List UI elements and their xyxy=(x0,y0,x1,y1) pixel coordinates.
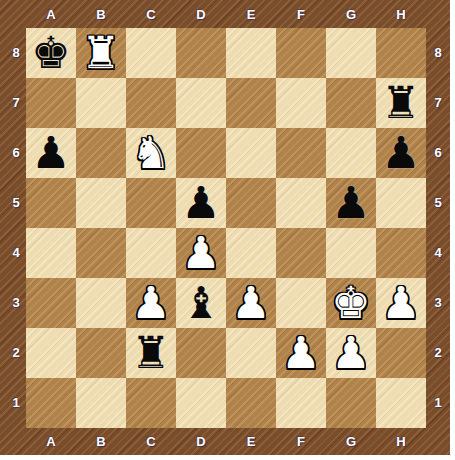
square-d5[interactable]: ♟ xyxy=(176,178,226,228)
square-h6[interactable]: ♟ xyxy=(376,128,426,178)
square-e5[interactable] xyxy=(226,178,276,228)
square-b5[interactable] xyxy=(76,178,126,228)
piece-black-pawn[interactable]: ♟ xyxy=(26,128,76,178)
square-b1[interactable] xyxy=(76,378,126,428)
square-a7[interactable] xyxy=(26,78,76,128)
file-label-top-e: E xyxy=(226,0,276,28)
file-labels-top: ABCDEFGH xyxy=(26,0,426,28)
piece-black-king[interactable]: ♚ xyxy=(26,28,76,78)
square-h4[interactable] xyxy=(376,228,426,278)
square-a6[interactable]: ♟ xyxy=(26,128,76,178)
file-label-top-b: B xyxy=(76,0,126,28)
rank-label-left-6: 6 xyxy=(0,128,26,178)
square-f2[interactable]: ♟ xyxy=(276,328,326,378)
rank-label-right-8: 8 xyxy=(426,28,450,78)
square-b7[interactable] xyxy=(76,78,126,128)
square-c7[interactable] xyxy=(126,78,176,128)
square-g4[interactable] xyxy=(326,228,376,278)
square-c6[interactable]: ♞ xyxy=(126,128,176,178)
square-e2[interactable] xyxy=(226,328,276,378)
piece-white-pawn[interactable]: ♟ xyxy=(226,278,276,328)
square-d7[interactable] xyxy=(176,78,226,128)
rank-label-left-7: 7 xyxy=(0,78,26,128)
file-label-top-c: C xyxy=(126,0,176,28)
rank-label-right-2: 2 xyxy=(426,328,450,378)
square-c4[interactable] xyxy=(126,228,176,278)
file-label-top-f: F xyxy=(276,0,326,28)
piece-black-rook[interactable]: ♜ xyxy=(376,78,426,128)
square-d6[interactable] xyxy=(176,128,226,178)
square-a5[interactable] xyxy=(26,178,76,228)
square-e1[interactable] xyxy=(226,378,276,428)
file-label-top-g: G xyxy=(326,0,376,28)
square-h2[interactable] xyxy=(376,328,426,378)
square-d3[interactable]: ♝ xyxy=(176,278,226,328)
rank-labels-left: 87654321 xyxy=(0,28,26,428)
file-label-top-h: H xyxy=(376,0,426,28)
square-b3[interactable] xyxy=(76,278,126,328)
rank-label-left-8: 8 xyxy=(0,28,26,78)
chess-board-page: ABCDEFGH 87654321 87654321 ABCDEFGH ♚♜♜♟… xyxy=(0,0,455,460)
square-h5[interactable] xyxy=(376,178,426,228)
square-f6[interactable] xyxy=(276,128,326,178)
square-g6[interactable] xyxy=(326,128,376,178)
rank-labels-right: 87654321 xyxy=(426,28,450,428)
piece-black-pawn[interactable]: ♟ xyxy=(176,178,226,228)
square-e4[interactable] xyxy=(226,228,276,278)
rank-label-right-4: 4 xyxy=(426,228,450,278)
square-a4[interactable] xyxy=(26,228,76,278)
square-a1[interactable] xyxy=(26,378,76,428)
square-d2[interactable] xyxy=(176,328,226,378)
square-d4[interactable]: ♟ xyxy=(176,228,226,278)
piece-black-rook[interactable]: ♜ xyxy=(126,328,176,378)
file-label-bottom-b: B xyxy=(76,428,126,455)
square-f5[interactable] xyxy=(276,178,326,228)
square-h7[interactable]: ♜ xyxy=(376,78,426,128)
square-d8[interactable] xyxy=(176,28,226,78)
file-label-bottom-d: D xyxy=(176,428,226,455)
rank-label-right-1: 1 xyxy=(426,378,450,428)
square-b6[interactable] xyxy=(76,128,126,178)
piece-white-pawn[interactable]: ♟ xyxy=(176,228,226,278)
square-f3[interactable] xyxy=(276,278,326,328)
square-h3[interactable]: ♟ xyxy=(376,278,426,328)
square-e7[interactable] xyxy=(226,78,276,128)
rank-label-right-5: 5 xyxy=(426,178,450,228)
rank-label-left-1: 1 xyxy=(0,378,26,428)
square-a8[interactable]: ♚ xyxy=(26,28,76,78)
piece-white-pawn[interactable]: ♟ xyxy=(276,328,326,378)
board-frame: ABCDEFGH 87654321 87654321 ABCDEFGH ♚♜♜♟… xyxy=(0,0,450,455)
square-g7[interactable] xyxy=(326,78,376,128)
square-g2[interactable]: ♟ xyxy=(326,328,376,378)
rank-label-left-2: 2 xyxy=(0,328,26,378)
square-f1[interactable] xyxy=(276,378,326,428)
square-f8[interactable] xyxy=(276,28,326,78)
square-d1[interactable] xyxy=(176,378,226,428)
square-h1[interactable] xyxy=(376,378,426,428)
piece-white-knight[interactable]: ♞ xyxy=(126,128,176,178)
square-b2[interactable] xyxy=(76,328,126,378)
square-g3[interactable]: ♚ xyxy=(326,278,376,328)
piece-white-pawn[interactable]: ♟ xyxy=(376,278,426,328)
chess-board: ♚♜♜♟♞♟♟♟♟♟♝♟♚♟♜♟♟ xyxy=(26,28,426,428)
square-c2[interactable]: ♜ xyxy=(126,328,176,378)
square-g8[interactable] xyxy=(326,28,376,78)
file-label-bottom-c: C xyxy=(126,428,176,455)
file-label-bottom-f: F xyxy=(276,428,326,455)
square-a2[interactable] xyxy=(26,328,76,378)
rank-label-left-5: 5 xyxy=(0,178,26,228)
square-b4[interactable] xyxy=(76,228,126,278)
piece-black-pawn[interactable]: ♟ xyxy=(326,178,376,228)
piece-white-pawn[interactable]: ♟ xyxy=(326,328,376,378)
square-h8[interactable] xyxy=(376,28,426,78)
rank-label-left-4: 4 xyxy=(0,228,26,278)
square-f4[interactable] xyxy=(276,228,326,278)
file-label-top-d: D xyxy=(176,0,226,28)
square-e3[interactable]: ♟ xyxy=(226,278,276,328)
rank-label-right-7: 7 xyxy=(426,78,450,128)
square-a3[interactable] xyxy=(26,278,76,328)
square-c5[interactable] xyxy=(126,178,176,228)
rank-label-right-6: 6 xyxy=(426,128,450,178)
square-b8[interactable]: ♜ xyxy=(76,28,126,78)
file-label-bottom-e: E xyxy=(226,428,276,455)
piece-white-pawn[interactable]: ♟ xyxy=(126,278,176,328)
square-c3[interactable]: ♟ xyxy=(126,278,176,328)
square-f7[interactable] xyxy=(276,78,326,128)
square-c1[interactable] xyxy=(126,378,176,428)
piece-white-king[interactable]: ♚ xyxy=(326,278,376,328)
square-e8[interactable] xyxy=(226,28,276,78)
square-c8[interactable] xyxy=(126,28,176,78)
rank-label-left-3: 3 xyxy=(0,278,26,328)
square-g5[interactable]: ♟ xyxy=(326,178,376,228)
piece-black-pawn[interactable]: ♟ xyxy=(376,128,426,178)
file-label-bottom-h: H xyxy=(376,428,426,455)
file-label-bottom-a: A xyxy=(26,428,76,455)
rank-label-right-3: 3 xyxy=(426,278,450,328)
square-g1[interactable] xyxy=(326,378,376,428)
square-e6[interactable] xyxy=(226,128,276,178)
piece-white-rook[interactable]: ♜ xyxy=(76,28,126,78)
piece-black-bishop[interactable]: ♝ xyxy=(176,278,226,328)
file-labels-bottom: ABCDEFGH xyxy=(26,428,426,455)
file-label-top-a: A xyxy=(26,0,76,28)
file-label-bottom-g: G xyxy=(326,428,376,455)
